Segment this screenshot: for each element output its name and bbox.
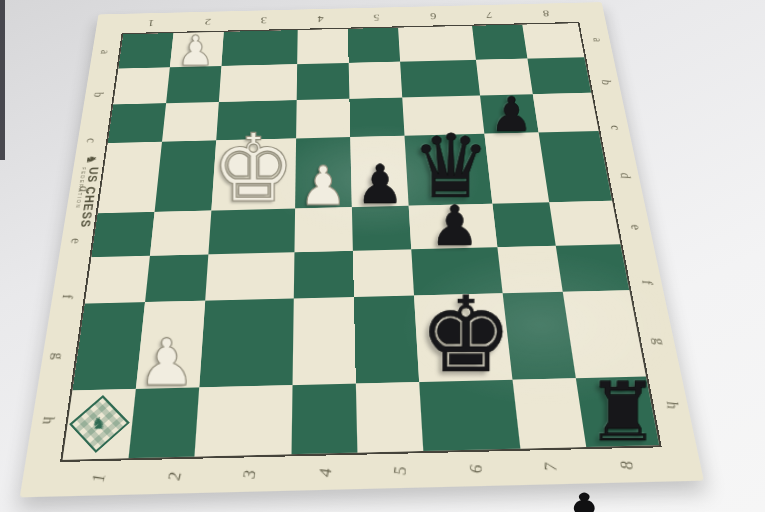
coordinate-label-right-h: h [660,394,685,417]
square-b3 [219,64,298,102]
square-e8 [549,200,620,245]
black-pawn-c7: ♟ [491,91,534,139]
coordinate-label-right-a: a [588,33,607,47]
square-h3 [194,385,292,456]
square-f6 [411,247,503,296]
corner-logo-knight-icon: ♞ [91,415,108,432]
coordinate-label-left-b: b [88,88,109,102]
coordinate-label-top-5: 5 [368,11,386,24]
white-pawn-d4: ♟ [299,159,347,213]
coordinate-label-bottom-3: 3 [236,461,264,487]
coordinate-label-left-f: f [55,287,79,306]
coordinate-label-right-f: f [636,272,658,292]
square-h5 [356,382,423,452]
square-e3 [208,208,295,254]
square-g1 [73,302,145,390]
square-b6 [400,60,480,98]
coordinate-label-bottom-5: 5 [387,458,413,484]
square-a8 [522,23,584,58]
black-rook-h8: ♜ [587,372,660,453]
square-h4 [292,384,358,455]
square-b7 [476,59,533,96]
coordinate-label-left-a: a [95,45,115,58]
coordinate-label-top-4: 4 [311,12,329,25]
white-pawn-g2: ♟ [138,330,196,395]
square-e7 [493,202,556,247]
square-d8 [539,131,612,202]
coordinate-label-right-g: g [647,331,670,353]
coordinate-label-left-h: h [35,410,62,432]
square-f7 [498,246,563,294]
square-e6: ♟ [409,203,498,249]
square-c4 [296,99,350,138]
square-a3 [221,30,298,66]
coordinate-label-top-7: 7 [480,8,498,21]
offboard-captured-piece: ♟ [554,487,615,512]
coordinate-label-top-8: 8 [536,7,555,20]
coordinate-label-right-b: b [596,75,615,90]
square-h6 [419,380,521,451]
square-e4 [295,207,353,252]
coordinate-labels: 1234567812345678abcdefghabcdefgh [98,2,601,14]
black-pawn-e6: ♟ [430,199,480,254]
chess-board: ♟♟♚♟♟♛♟♟♚♞♜ [60,22,662,462]
square-h7 [513,378,587,448]
square-a5 [348,28,400,63]
coordinate-label-top-6: 6 [424,9,442,22]
square-c6 [402,96,484,136]
uschess-knight-icon: ♞ [84,155,100,164]
square-h2 [128,387,199,458]
square-h8: ♜ [576,376,659,446]
square-e5 [352,205,411,250]
square-a4 [297,29,348,64]
corner-knight-diamond-logo: ♞ [69,395,130,453]
square-a7 [472,25,527,60]
black-pawn-d5: ♟ [356,158,404,212]
square-h1: ♞ [63,389,136,460]
square-f8 [556,244,629,292]
coordinate-label-left-c: c [80,133,102,148]
coordinate-label-right-e: e [625,218,647,237]
square-b2 [166,66,221,103]
square-c3 [216,100,297,140]
square-c8 [533,93,598,132]
square-c2 [162,102,219,141]
coordinate-label-top-2: 2 [198,15,217,28]
chess-board-grid: ♟♟♚♟♟♛♟♟♚♞♜ [63,23,659,459]
coordinate-label-left-g: g [45,346,70,366]
square-a2: ♟ [170,32,224,67]
square-g3 [199,298,294,387]
square-b4 [297,63,350,100]
black-queen-d6: ♛ [411,123,490,211]
board-scene: ♞ US CHESS FEDERATION ♟♟♚♟♟♛♟♟♚♞♜ 123456… [0,0,765,512]
square-c5 [350,98,405,137]
square-g2: ♟ [136,301,205,389]
square-g4 [293,297,356,385]
square-e1 [92,212,155,257]
coordinate-label-right-c: c [605,119,625,135]
chess-vinyl-mat: ♞ US CHESS FEDERATION ♟♟♚♟♟♛♟♟♚♞♜ 123456… [20,2,704,497]
square-b1 [113,67,170,104]
square-a1 [118,33,173,69]
square-g7 [503,292,576,380]
coordinate-label-bottom-2: 2 [160,463,189,489]
coordinate-label-top-3: 3 [255,13,274,26]
coordinate-label-left-d: d [72,181,95,197]
coordinate-label-bottom-7: 7 [539,454,564,480]
square-a6 [398,26,476,62]
square-f3 [205,252,295,301]
square-f2 [145,254,208,302]
square-d3: ♚ [211,138,296,210]
coordinate-label-left-e: e [64,232,88,249]
square-f4 [294,251,354,299]
coordinate-label-bottom-6: 6 [463,456,488,482]
coordinate-label-right-d: d [615,167,636,184]
square-d6: ♛ [405,134,493,206]
black-king-g6: ♚ [419,283,513,387]
coordinate-label-bottom-4: 4 [312,460,339,486]
square-g8 [563,290,646,378]
photo-background-table: ♞ US CHESS FEDERATION ♟♟♚♟♟♛♟♟♚♞♜ 123456… [0,0,765,512]
square-f5 [353,249,414,297]
square-c7: ♟ [480,94,538,133]
square-d4: ♟ [295,137,352,208]
square-b8 [528,57,592,94]
square-e2 [150,210,211,255]
square-g5 [354,296,419,384]
square-d5: ♟ [350,135,408,206]
square-c1 [108,103,166,142]
square-d2 [155,140,217,211]
square-d1 [98,141,162,213]
square-g6: ♚ [414,293,513,382]
coordinate-label-bottom-8: 8 [615,452,639,478]
square-f1 [85,256,150,304]
square-b5 [349,62,403,99]
coordinate-label-top-1: 1 [141,16,161,29]
coordinate-label-bottom-1: 1 [84,465,113,491]
